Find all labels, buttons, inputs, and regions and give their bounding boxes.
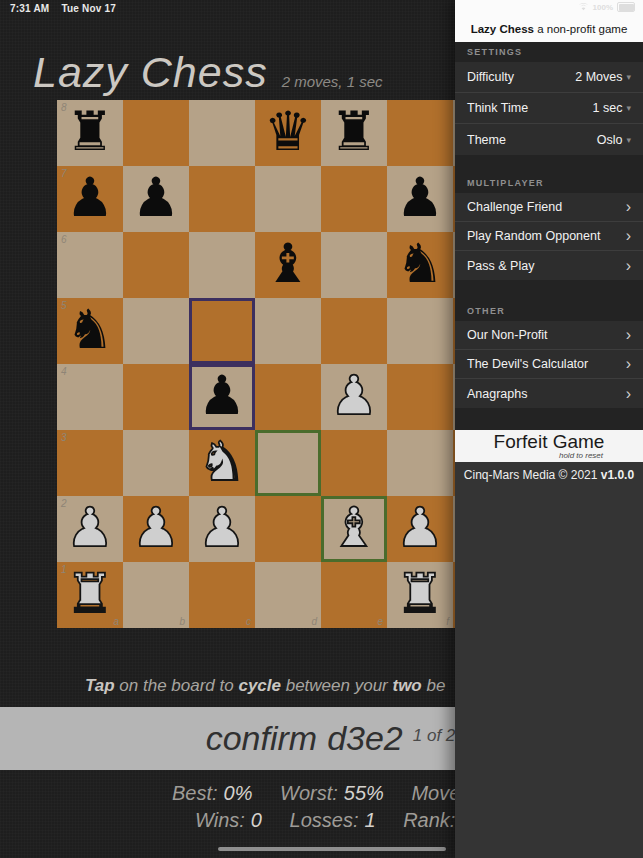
panel-title: Lazy Chess a non-profit game [455,23,643,35]
home-indicator[interactable] [218,847,446,851]
forfeit-game-button[interactable]: Forfeit Game hold to reset [455,430,643,462]
pass-play-label: Pass & Play [467,259,534,273]
file-label-c: c [246,616,251,627]
white-pawn-b2: ♟ [123,496,189,560]
file-label-d: d [311,616,317,627]
rank-label-1: 1 [61,564,67,575]
white-bishop-e2: ♝ [321,496,387,560]
panel-app-name: Lazy Chess [471,23,534,35]
difficulty-label: Difficulty [467,70,514,84]
square-c6[interactable] [189,232,255,298]
instruction-plain-3: be [422,676,446,695]
square-f7[interactable]: ♟ [387,166,453,232]
chess-board[interactable]: 8♜♛♜7♟♟♟6♝♞5♞4♟♟3♞2♟♟♟♝♟1a♜bcdef♜gh [57,100,455,628]
square-a8[interactable]: 8♜ [57,100,123,166]
black-bishop-d6: ♝ [255,232,321,296]
square-d1[interactable]: d [255,562,321,628]
page-title: Lazy Chess [33,48,268,97]
square-d2[interactable] [255,496,321,562]
square-a4[interactable]: 4 [57,364,123,430]
stat-wins-label: Wins: [195,809,245,831]
copyright-text: Cinq-Mars Media © 2021 [464,468,601,482]
square-d3[interactable] [255,430,321,496]
square-f2[interactable]: ♟ [387,496,453,562]
section-header-other: OTHER [455,280,643,321]
stat-losses-value: 1 [364,809,375,831]
confirm-move-text: d3e2 [327,719,403,758]
square-c1[interactable]: c [189,562,255,628]
instruction-plain-2: between your [281,676,393,695]
non-profit-label: Our Non-Profit [467,328,548,342]
square-d6[interactable]: ♝ [255,232,321,298]
rank-label-7: 7 [61,168,67,179]
rank-label-5: 5 [61,300,67,311]
forfeit-hint: hold to reset [455,452,643,460]
square-f6[interactable]: ♞ [387,232,453,298]
row-think-time[interactable]: Think Time 1 sec▾ [455,93,643,124]
wifi-icon [578,3,589,11]
instruction-bold-1: Tap [85,676,115,695]
square-c7[interactable] [189,166,255,232]
play-random-label: Play Random Opponent [467,229,600,243]
devils-calculator-label: The Devil's Calculator [467,357,588,371]
square-d8[interactable]: ♛ [255,100,321,166]
row-pass-and-play[interactable]: Pass & Play› [455,251,643,280]
square-a5[interactable]: 5♞ [57,298,123,364]
square-b4[interactable] [123,364,189,430]
chevron-down-icon: ▾ [626,72,631,82]
status-bar: 7:31 AMTue Nov 17 [10,3,128,14]
square-b1[interactable]: b [123,562,189,628]
square-e3[interactable] [321,430,387,496]
white-knight-c3: ♞ [189,430,255,494]
chevron-right-icon: › [626,199,631,215]
move-counter: 1 of 2 [413,726,456,746]
square-b7[interactable]: ♟ [123,166,189,232]
board-clip: 8♜♛♜7♟♟♟6♝♞5♞4♟♟3♞2♟♟♟♝♟1a♜bcdef♜gh [57,100,455,628]
chevron-right-icon: › [626,327,631,343]
black-pawn-b7: ♟ [123,166,189,230]
square-f3[interactable] [387,430,453,496]
date: Tue Nov 17 [61,3,116,14]
square-e6[interactable] [321,232,387,298]
square-f5[interactable] [387,298,453,364]
chevron-right-icon: › [626,258,631,274]
panel-header: 100% Lazy Chess a non-profit game [455,0,643,42]
white-pawn-c2: ♟ [189,496,255,560]
square-a1[interactable]: 1a♜ [57,562,123,628]
square-f1[interactable]: f♜ [387,562,453,628]
square-f8[interactable] [387,100,453,166]
status-icons: 100% [578,2,635,12]
chevron-right-icon: › [626,386,631,402]
rank-label-3: 3 [61,432,67,443]
file-label-f: f [446,616,449,627]
stat-best-label: Best: [172,782,218,804]
black-rook-e8: ♜ [321,100,387,164]
settings-panel: 100% Lazy Chess a non-profit game SETTIN… [455,0,643,858]
stat-worst-label: Worst: [280,782,338,804]
difficulty-value: 2 Moves [575,70,622,84]
battery-percent: 100% [593,3,613,12]
square-e4[interactable]: ♟ [321,364,387,430]
file-label-e: e [377,616,383,627]
row-devils-calculator[interactable]: The Devil's Calculator› [455,350,643,379]
forfeit-label: Forfeit Game [455,431,643,452]
file-label-a: a [113,616,119,627]
chevron-down-icon: ▾ [626,103,631,113]
stat-rank-label: Rank: [403,809,455,831]
stat-wins-value: 0 [251,809,262,831]
square-d5[interactable] [255,298,321,364]
square-a2[interactable]: 2♟ [57,496,123,562]
row-challenge-friend[interactable]: Challenge Friend› [455,193,643,222]
chevron-right-icon: › [626,356,631,372]
rank-label-4: 4 [61,366,67,377]
challenge-friend-label: Challenge Friend [467,200,562,214]
black-knight-f6: ♞ [387,232,453,296]
think-time-label: Think Time [467,101,528,115]
multiplayer-rows: Challenge Friend› Play Random Opponent› … [455,193,643,280]
square-c5[interactable] [189,298,255,364]
square-e7[interactable] [321,166,387,232]
square-c8[interactable] [189,100,255,166]
white-pawn-e4: ♟ [321,364,387,428]
square-c3[interactable]: ♞ [189,430,255,496]
rank-label-2: 2 [61,498,67,509]
square-b5[interactable] [123,298,189,364]
square-c2[interactable]: ♟ [189,496,255,562]
square-b8[interactable] [123,100,189,166]
clock: 7:31 AM [10,3,49,14]
row-theme[interactable]: Theme Oslo▾ [455,124,643,155]
chevron-right-icon: › [626,228,631,244]
square-a7[interactable]: 7♟ [57,166,123,232]
theme-label: Theme [467,133,506,147]
app-screen: 7:31 AMTue Nov 17 Lazy Chess 2 moves, 1 … [0,0,643,858]
square-a3[interactable]: 3 [57,430,123,496]
battery-icon [617,2,635,12]
chevron-down-icon: ▾ [626,135,631,145]
panel-footer: Cinq-Mars Media © 2021 v1.0.0 [455,462,643,858]
white-rook-f1: ♜ [387,562,453,626]
black-pawn-c4: ♟ [189,364,255,428]
instruction-plain-1: on the board to [115,676,239,695]
rank-label-6: 6 [61,234,67,245]
section-header-multiplayer: MULTIPLAYER [455,155,643,193]
version-text: v1.0.0 [601,468,634,482]
panel-spacer [455,408,643,430]
section-header-settings: SETTINGS [455,42,643,62]
square-e8[interactable]: ♜ [321,100,387,166]
anagraphs-label: Anagraphs [467,387,527,401]
square-b6[interactable] [123,232,189,298]
title-subtitle: 2 moves, 1 sec [282,73,383,90]
other-rows: Our Non-Profit› The Devil's Calculator› … [455,321,643,408]
instruction-bold-3: two [392,676,421,695]
stat-best-value: 0% [224,782,253,804]
square-e5[interactable] [321,298,387,364]
square-d7[interactable] [255,166,321,232]
title-row: Lazy Chess 2 moves, 1 sec [33,48,383,97]
white-pawn-f2: ♟ [387,496,453,560]
square-e1[interactable]: e [321,562,387,628]
row-our-non-profit[interactable]: Our Non-Profit› [455,321,643,350]
square-a6[interactable]: 6 [57,232,123,298]
square-c4[interactable]: ♟ [189,364,255,430]
square-d4[interactable] [255,364,321,430]
stat-losses-label: Losses: [290,809,359,831]
rank-label-8: 8 [61,102,67,113]
black-queen-d8: ♛ [255,100,321,164]
settings-rows: Difficulty 2 Moves▾ Think Time 1 sec▾ Th… [455,62,643,155]
square-b2[interactable]: ♟ [123,496,189,562]
row-anagraphs[interactable]: Anagraphs› [455,379,643,408]
instruction-bold-2: cycle [238,676,281,695]
square-e2[interactable]: ♝ [321,496,387,562]
stat-worst-value: 55% [344,782,384,804]
black-pawn-f7: ♟ [387,166,453,230]
file-label-b: b [179,616,185,627]
square-b3[interactable] [123,430,189,496]
think-time-value: 1 sec [593,101,623,115]
panel-app-tagline: a non-profit game [534,23,627,35]
row-play-random-opponent[interactable]: Play Random Opponent› [455,222,643,251]
confirm-label: confirm [206,719,317,758]
square-f4[interactable] [387,364,453,430]
row-difficulty[interactable]: Difficulty 2 Moves▾ [455,62,643,93]
theme-value: Oslo [597,133,623,147]
